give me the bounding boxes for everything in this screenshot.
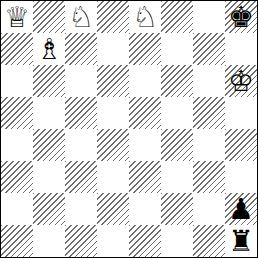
square-f4[interactable] [161, 129, 193, 161]
square-g7[interactable] [193, 33, 225, 65]
square-d6[interactable] [97, 65, 129, 97]
white-knight-glyph: ♘ [68, 1, 94, 33]
square-g3[interactable] [193, 161, 225, 193]
square-g2[interactable] [193, 193, 225, 225]
square-g1[interactable] [193, 225, 225, 257]
square-b8[interactable] [33, 1, 65, 33]
square-h4[interactable] [225, 129, 257, 161]
square-b5[interactable] [33, 97, 65, 129]
square-f3[interactable] [161, 161, 193, 193]
square-g4[interactable] [193, 129, 225, 161]
square-b6[interactable] [33, 65, 65, 97]
square-c2[interactable] [65, 193, 97, 225]
chessboard: ♕♘♘♚♗♔♟♜ [1, 1, 257, 257]
square-h1[interactable]: ♜ [225, 225, 257, 257]
square-e8[interactable]: ♘ [129, 1, 161, 33]
square-d3[interactable] [97, 161, 129, 193]
square-e7[interactable] [129, 33, 161, 65]
square-d1[interactable] [97, 225, 129, 257]
square-b7[interactable]: ♗ [33, 33, 65, 65]
square-a1[interactable] [1, 225, 33, 257]
square-g8[interactable] [193, 1, 225, 33]
square-a5[interactable] [1, 97, 33, 129]
square-h3[interactable] [225, 161, 257, 193]
square-g6[interactable] [193, 65, 225, 97]
square-c4[interactable] [65, 129, 97, 161]
square-e2[interactable] [129, 193, 161, 225]
square-d5[interactable] [97, 97, 129, 129]
white-king-glyph: ♔ [228, 65, 254, 97]
square-f8[interactable] [161, 1, 193, 33]
square-f1[interactable] [161, 225, 193, 257]
square-h5[interactable] [225, 97, 257, 129]
black-king-glyph: ♚ [228, 1, 254, 33]
square-e1[interactable] [129, 225, 161, 257]
square-c7[interactable] [65, 33, 97, 65]
board-frame: ♕♘♘♚♗♔♟♜ [0, 0, 258, 258]
square-h6[interactable]: ♔ [225, 65, 257, 97]
square-b2[interactable] [33, 193, 65, 225]
square-b1[interactable] [33, 225, 65, 257]
black-rook-glyph: ♜ [228, 225, 254, 257]
square-a2[interactable] [1, 193, 33, 225]
square-d4[interactable] [97, 129, 129, 161]
square-e5[interactable] [129, 97, 161, 129]
square-d7[interactable] [97, 33, 129, 65]
square-c1[interactable] [65, 225, 97, 257]
square-d2[interactable] [97, 193, 129, 225]
square-f7[interactable] [161, 33, 193, 65]
square-f6[interactable] [161, 65, 193, 97]
white-bishop-glyph: ♗ [36, 33, 62, 65]
square-d8[interactable] [97, 1, 129, 33]
square-c3[interactable] [65, 161, 97, 193]
square-a8[interactable]: ♕ [1, 1, 33, 33]
square-c5[interactable] [65, 97, 97, 129]
square-b3[interactable] [33, 161, 65, 193]
square-c8[interactable]: ♘ [65, 1, 97, 33]
white-queen-glyph: ♕ [4, 1, 30, 33]
square-a4[interactable] [1, 129, 33, 161]
square-a3[interactable] [1, 161, 33, 193]
black-pawn-glyph: ♟ [228, 193, 254, 225]
square-h8[interactable]: ♚ [225, 1, 257, 33]
square-a7[interactable] [1, 33, 33, 65]
square-e3[interactable] [129, 161, 161, 193]
square-c6[interactable] [65, 65, 97, 97]
square-h2[interactable]: ♟ [225, 193, 257, 225]
square-h7[interactable] [225, 33, 257, 65]
square-g5[interactable] [193, 97, 225, 129]
square-e6[interactable] [129, 65, 161, 97]
square-f5[interactable] [161, 97, 193, 129]
white-knight-glyph: ♘ [132, 1, 158, 33]
square-a6[interactable] [1, 65, 33, 97]
square-b4[interactable] [33, 129, 65, 161]
square-f2[interactable] [161, 193, 193, 225]
square-e4[interactable] [129, 129, 161, 161]
